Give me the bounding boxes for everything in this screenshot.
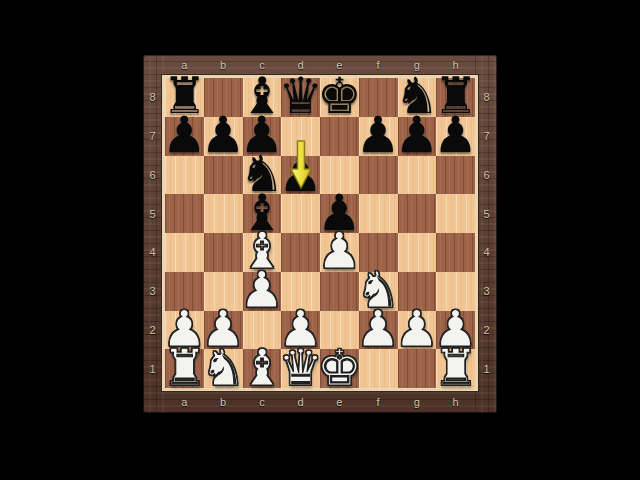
square-f5[interactable] [359,194,398,233]
rank-label-7: 7 [476,117,497,156]
square-b1[interactable]: ♞ [204,349,243,388]
file-label-f: f [359,55,398,75]
rank-label-3: 3 [476,272,497,311]
rank-label-4: 4 [143,233,162,272]
square-b7[interactable]: ♟ [204,117,243,156]
white-rook[interactable]: ♜ [433,343,478,393]
white-king[interactable]: ♚ [317,343,362,393]
square-f1[interactable] [359,349,398,388]
rank-label-2: 2 [476,311,497,350]
square-e1[interactable]: ♚ [320,349,359,388]
rank-label-7: 7 [143,117,162,156]
rank-label-1: 1 [143,349,162,388]
square-h4[interactable] [436,233,475,272]
square-d8[interactable]: ♛ [281,78,320,117]
rank-label-2: 2 [143,311,162,350]
square-b5[interactable] [204,194,243,233]
rank-label-6: 6 [143,156,162,195]
square-c3[interactable]: ♟ [243,272,282,311]
file-label-b: b [204,55,243,75]
square-e4[interactable]: ♟ [320,233,359,272]
square-a1[interactable]: ♜ [165,349,204,388]
rank-label-4: 4 [476,233,497,272]
file-label-f: f [359,392,398,412]
board: ♜♝♛♚♞♜♟♟♟♟♟♟♞♟♝♟♝♟♟♞♟♟♟♟♟♟♜♞♝♛♚♜ [165,78,475,388]
square-e8[interactable]: ♚ [320,78,359,117]
square-b4[interactable] [204,233,243,272]
rank-label-1: 1 [476,349,497,388]
square-a6[interactable] [165,156,204,195]
rank-label-8: 8 [143,78,162,117]
rank-labels-left: 87654321 [143,78,162,388]
rank-label-3: 3 [143,272,162,311]
rank-labels-right: 87654321 [476,78,497,388]
square-g1[interactable] [398,349,437,388]
square-g4[interactable] [398,233,437,272]
square-h6[interactable] [436,156,475,195]
square-h7[interactable]: ♟ [436,117,475,156]
square-a4[interactable] [165,233,204,272]
square-d5[interactable] [281,194,320,233]
square-b6[interactable] [204,156,243,195]
square-e7[interactable] [320,117,359,156]
square-d4[interactable] [281,233,320,272]
square-a7[interactable]: ♟ [165,117,204,156]
square-a5[interactable] [165,194,204,233]
square-h5[interactable] [436,194,475,233]
rank-label-6: 6 [476,156,497,195]
file-label-g: g [398,392,437,412]
rank-label-5: 5 [143,194,162,233]
square-e3[interactable] [320,272,359,311]
rank-label-5: 5 [476,194,497,233]
black-pawn[interactable]: ♟ [433,110,478,160]
square-d1[interactable]: ♛ [281,349,320,388]
video-canvas: abcdefgh abcdefgh 87654321 87654321 ♜♝♛♚… [0,0,640,480]
square-g5[interactable] [398,194,437,233]
square-g2[interactable]: ♟ [398,311,437,350]
square-f6[interactable] [359,156,398,195]
square-f2[interactable]: ♟ [359,311,398,350]
square-h1[interactable]: ♜ [436,349,475,388]
square-g7[interactable]: ♟ [398,117,437,156]
square-d6[interactable]: ♟ [281,156,320,195]
square-c1[interactable]: ♝ [243,349,282,388]
square-f7[interactable]: ♟ [359,117,398,156]
rank-label-8: 8 [476,78,497,117]
square-g6[interactable] [398,156,437,195]
